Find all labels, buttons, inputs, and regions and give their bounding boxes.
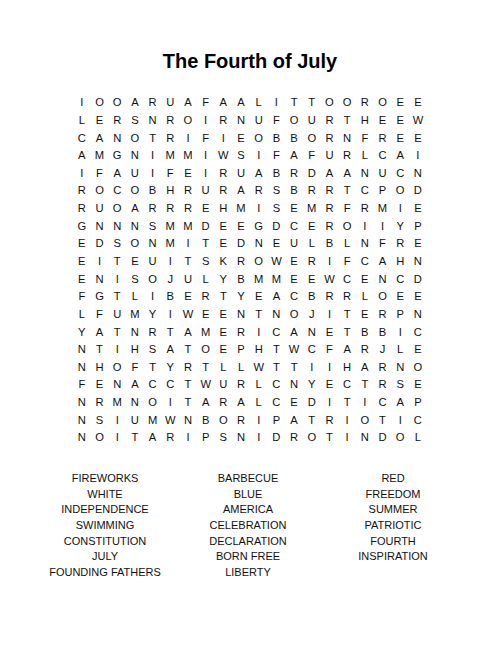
grid-cell-r7c7[interactable]: R [179, 200, 197, 218]
grid-cell-r4c7[interactable]: M [179, 147, 197, 165]
grid-cell-r1c7[interactable]: A [179, 94, 197, 112]
grid-cell-r6c13[interactable]: B [285, 182, 303, 200]
grid-cell-r12c9[interactable]: T [215, 288, 233, 306]
grid-cell-r13c12[interactable]: N [268, 306, 286, 324]
grid-cell-r19c3[interactable]: I [108, 412, 126, 430]
grid-cell-r12c19[interactable]: E [391, 288, 409, 306]
grid-cell-r20c18[interactable]: D [374, 429, 392, 447]
grid-cell-r8c17[interactable]: I [356, 217, 374, 235]
grid-cell-r2c15[interactable]: R [321, 112, 339, 130]
grid-cell-r15c9[interactable]: E [215, 341, 233, 359]
grid-cell-r18c2[interactable]: R [91, 394, 109, 412]
grid-cell-r14c18[interactable]: B [374, 323, 392, 341]
grid-cell-r6c15[interactable]: R [321, 182, 339, 200]
grid-cell-r1c2[interactable]: O [91, 94, 109, 112]
grid-cell-r20c6[interactable]: R [161, 429, 179, 447]
grid-cell-r16c13[interactable]: T [285, 359, 303, 377]
grid-cell-r18c8[interactable]: A [197, 394, 215, 412]
grid-cell-r12c12[interactable]: A [268, 288, 286, 306]
grid-cell-r13c1[interactable]: L [73, 306, 91, 324]
grid-cell-r6c12[interactable]: S [268, 182, 286, 200]
grid-cell-r1c16[interactable]: O [338, 94, 356, 112]
grid-cell-r1c17[interactable]: R [356, 94, 374, 112]
grid-cell-r13c2[interactable]: F [91, 306, 109, 324]
grid-cell-r17c9[interactable]: U [215, 376, 233, 394]
grid-cell-r9c3[interactable]: S [108, 235, 126, 253]
grid-cell-r5c9[interactable]: R [215, 165, 233, 183]
grid-cell-r7c10[interactable]: M [232, 200, 250, 218]
grid-cell-r14c14[interactable]: N [303, 323, 321, 341]
grid-cell-r7c18[interactable]: M [374, 200, 392, 218]
grid-cell-r5c19[interactable]: C [391, 165, 409, 183]
grid-cell-r3c4[interactable]: O [126, 129, 144, 147]
grid-cell-r14c6[interactable]: T [161, 323, 179, 341]
grid-cell-r13c3[interactable]: U [108, 306, 126, 324]
grid-cell-r15c13[interactable]: W [285, 341, 303, 359]
grid-cell-r13c20[interactable]: N [409, 306, 427, 324]
grid-cell-r17c11[interactable]: L [250, 376, 268, 394]
grid-cell-r9c9[interactable]: E [215, 235, 233, 253]
grid-cell-r1c14[interactable]: T [303, 94, 321, 112]
grid-cell-r7c20[interactable]: E [409, 200, 427, 218]
grid-cell-r16c2[interactable]: H [91, 359, 109, 377]
grid-cell-r13c16[interactable]: T [338, 306, 356, 324]
grid-cell-r6c5[interactable]: B [144, 182, 162, 200]
grid-cell-r13c5[interactable]: Y [144, 306, 162, 324]
grid-cell-r8c18[interactable]: I [374, 217, 392, 235]
grid-cell-r6c3[interactable]: C [108, 182, 126, 200]
grid-cell-r16c8[interactable]: T [197, 359, 215, 377]
grid-cell-r18c18[interactable]: C [374, 394, 392, 412]
grid-cell-r8c2[interactable]: N [91, 217, 109, 235]
grid-cell-r16c5[interactable]: T [144, 359, 162, 377]
grid-cell-r16c11[interactable]: W [250, 359, 268, 377]
grid-cell-r9c17[interactable]: N [356, 235, 374, 253]
grid-cell-r14c9[interactable]: E [215, 323, 233, 341]
grid-cell-r14c17[interactable]: B [356, 323, 374, 341]
grid-cell-r19c8[interactable]: B [197, 412, 215, 430]
grid-cell-r12c15[interactable]: R [321, 288, 339, 306]
grid-cell-r4c2[interactable]: M [91, 147, 109, 165]
grid-cell-r6c11[interactable]: R [250, 182, 268, 200]
grid-cell-r15c16[interactable]: A [338, 341, 356, 359]
grid-cell-r3c9[interactable]: I [215, 129, 233, 147]
grid-cell-r15c17[interactable]: R [356, 341, 374, 359]
grid-cell-r11c19[interactable]: C [391, 270, 409, 288]
grid-cell-r8c13[interactable]: C [285, 217, 303, 235]
grid-cell-r5c8[interactable]: I [197, 165, 215, 183]
grid-cell-r7c16[interactable]: F [338, 200, 356, 218]
grid-cell-r2c17[interactable]: H [356, 112, 374, 130]
grid-cell-r14c13[interactable]: A [285, 323, 303, 341]
grid-cell-r18c10[interactable]: A [232, 394, 250, 412]
grid-cell-r1c8[interactable]: F [197, 94, 215, 112]
grid-cell-r11c2[interactable]: N [91, 270, 109, 288]
grid-cell-r4c11[interactable]: I [250, 147, 268, 165]
grid-cell-r17c4[interactable]: A [126, 376, 144, 394]
grid-cell-r19c10[interactable]: R [232, 412, 250, 430]
grid-cell-r1c18[interactable]: O [374, 94, 392, 112]
grid-cell-r8c8[interactable]: D [197, 217, 215, 235]
grid-cell-r12c20[interactable]: E [409, 288, 427, 306]
grid-cell-r10c3[interactable]: T [108, 253, 126, 271]
grid-cell-r19c4[interactable]: U [126, 412, 144, 430]
grid-cell-r17c3[interactable]: N [108, 376, 126, 394]
grid-cell-r16c14[interactable]: I [303, 359, 321, 377]
grid-cell-r3c5[interactable]: T [144, 129, 162, 147]
grid-cell-r2c3[interactable]: R [108, 112, 126, 130]
grid-cell-r1c5[interactable]: R [144, 94, 162, 112]
grid-cell-r4c13[interactable]: A [285, 147, 303, 165]
grid-cell-r2c10[interactable]: N [232, 112, 250, 130]
grid-cell-r1c20[interactable]: E [409, 94, 427, 112]
grid-cell-r10c18[interactable]: A [374, 253, 392, 271]
grid-cell-r3c11[interactable]: O [250, 129, 268, 147]
grid-cell-r9c10[interactable]: D [232, 235, 250, 253]
grid-cell-r3c20[interactable]: E [409, 129, 427, 147]
grid-cell-r9c11[interactable]: N [250, 235, 268, 253]
grid-cell-r14c19[interactable]: I [391, 323, 409, 341]
grid-cell-r14c11[interactable]: I [250, 323, 268, 341]
grid-cell-r5c12[interactable]: B [268, 165, 286, 183]
grid-cell-r16c1[interactable]: N [73, 359, 91, 377]
grid-cell-r3c15[interactable]: R [321, 129, 339, 147]
grid-cell-r11c17[interactable]: E [356, 270, 374, 288]
grid-cell-r8c1[interactable]: G [73, 217, 91, 235]
grid-cell-r19c12[interactable]: P [268, 412, 286, 430]
grid-cell-r2c13[interactable]: O [285, 112, 303, 130]
grid-cell-r3c13[interactable]: B [285, 129, 303, 147]
grid-cell-r4c4[interactable]: N [126, 147, 144, 165]
grid-cell-r7c15[interactable]: R [321, 200, 339, 218]
grid-cell-r4c8[interactable]: I [197, 147, 215, 165]
grid-cell-r10c7[interactable]: T [179, 253, 197, 271]
grid-cell-r3c7[interactable]: I [179, 129, 197, 147]
grid-cell-r18c12[interactable]: C [268, 394, 286, 412]
grid-cell-r14c3[interactable]: T [108, 323, 126, 341]
grid-cell-r17c16[interactable]: C [338, 376, 356, 394]
grid-cell-r9c14[interactable]: L [303, 235, 321, 253]
grid-cell-r14c4[interactable]: N [126, 323, 144, 341]
grid-cell-r12c6[interactable]: B [161, 288, 179, 306]
grid-cell-r3c2[interactable]: A [91, 129, 109, 147]
grid-cell-r20c11[interactable]: I [250, 429, 268, 447]
grid-cell-r7c12[interactable]: S [268, 200, 286, 218]
grid-cell-r12c18[interactable]: O [374, 288, 392, 306]
grid-cell-r13c15[interactable]: I [321, 306, 339, 324]
grid-cell-r12c7[interactable]: E [179, 288, 197, 306]
grid-cell-r15c10[interactable]: P [232, 341, 250, 359]
grid-cell-r5c14[interactable]: D [303, 165, 321, 183]
grid-cell-r5c20[interactable]: N [409, 165, 427, 183]
grid-cell-r9c1[interactable]: E [73, 235, 91, 253]
grid-cell-r1c19[interactable]: E [391, 94, 409, 112]
grid-cell-r19c17[interactable]: O [356, 412, 374, 430]
grid-cell-r8c4[interactable]: N [126, 217, 144, 235]
grid-cell-r11c1[interactable]: E [73, 270, 91, 288]
grid-cell-r8c16[interactable]: O [338, 217, 356, 235]
grid-cell-r3c14[interactable]: O [303, 129, 321, 147]
grid-cell-r20c5[interactable]: A [144, 429, 162, 447]
grid-cell-r16c17[interactable]: A [356, 359, 374, 377]
grid-cell-r17c10[interactable]: R [232, 376, 250, 394]
grid-cell-r8c14[interactable]: E [303, 217, 321, 235]
grid-cell-r12c8[interactable]: R [197, 288, 215, 306]
grid-cell-r2c11[interactable]: U [250, 112, 268, 130]
grid-cell-r4c12[interactable]: F [268, 147, 286, 165]
grid-cell-r1c6[interactable]: U [161, 94, 179, 112]
grid-cell-r4c19[interactable]: A [391, 147, 409, 165]
grid-cell-r3c8[interactable]: F [197, 129, 215, 147]
grid-cell-r6c20[interactable]: D [409, 182, 427, 200]
grid-cell-r12c16[interactable]: R [338, 288, 356, 306]
grid-cell-r4c18[interactable]: C [374, 147, 392, 165]
grid-cell-r13c6[interactable]: I [161, 306, 179, 324]
grid-cell-r11c10[interactable]: B [232, 270, 250, 288]
grid-cell-r14c1[interactable]: Y [73, 323, 91, 341]
grid-cell-r10c17[interactable]: C [356, 253, 374, 271]
grid-cell-r18c14[interactable]: D [303, 394, 321, 412]
grid-cell-r5c3[interactable]: A [108, 165, 126, 183]
grid-cell-r15c12[interactable]: T [268, 341, 286, 359]
grid-cell-r3c1[interactable]: C [73, 129, 91, 147]
grid-cell-r19c16[interactable]: I [338, 412, 356, 430]
grid-cell-r16c10[interactable]: L [232, 359, 250, 377]
grid-cell-r9c18[interactable]: F [374, 235, 392, 253]
grid-cell-r19c20[interactable]: C [409, 412, 427, 430]
grid-cell-r13c4[interactable]: M [126, 306, 144, 324]
grid-cell-r3c6[interactable]: R [161, 129, 179, 147]
grid-cell-r2c14[interactable]: U [303, 112, 321, 130]
grid-cell-r7c8[interactable]: E [197, 200, 215, 218]
grid-cell-r12c11[interactable]: E [250, 288, 268, 306]
grid-cell-r13c7[interactable]: W [179, 306, 197, 324]
grid-cell-r5c13[interactable]: R [285, 165, 303, 183]
grid-cell-r20c15[interactable]: T [321, 429, 339, 447]
grid-cell-r16c9[interactable]: L [215, 359, 233, 377]
grid-cell-r19c5[interactable]: M [144, 412, 162, 430]
grid-cell-r12c17[interactable]: L [356, 288, 374, 306]
grid-cell-r11c18[interactable]: N [374, 270, 392, 288]
grid-cell-r4c16[interactable]: R [338, 147, 356, 165]
grid-cell-r20c9[interactable]: S [215, 429, 233, 447]
grid-cell-r15c8[interactable]: O [197, 341, 215, 359]
grid-cell-r16c20[interactable]: O [409, 359, 427, 377]
grid-cell-r5c15[interactable]: A [321, 165, 339, 183]
grid-cell-r13c10[interactable]: N [232, 306, 250, 324]
grid-cell-r10c13[interactable]: E [285, 253, 303, 271]
grid-cell-r18c16[interactable]: T [338, 394, 356, 412]
grid-cell-r3c12[interactable]: B [268, 129, 286, 147]
grid-cell-r9c12[interactable]: E [268, 235, 286, 253]
grid-cell-r2c6[interactable]: R [161, 112, 179, 130]
grid-cell-r10c8[interactable]: S [197, 253, 215, 271]
grid-cell-r1c11[interactable]: L [250, 94, 268, 112]
grid-cell-r2c12[interactable]: F [268, 112, 286, 130]
grid-cell-r20c12[interactable]: D [268, 429, 286, 447]
grid-cell-r16c12[interactable]: T [268, 359, 286, 377]
grid-cell-r20c19[interactable]: O [391, 429, 409, 447]
grid-cell-r10c2[interactable]: I [91, 253, 109, 271]
grid-cell-r14c7[interactable]: A [179, 323, 197, 341]
grid-cell-r11c11[interactable]: M [250, 270, 268, 288]
grid-cell-r2c8[interactable]: I [197, 112, 215, 130]
grid-cell-r1c15[interactable]: O [321, 94, 339, 112]
grid-cell-r7c3[interactable]: O [108, 200, 126, 218]
grid-cell-r10c11[interactable]: O [250, 253, 268, 271]
grid-cell-r20c20[interactable]: L [409, 429, 427, 447]
grid-cell-r18c7[interactable]: T [179, 394, 197, 412]
grid-cell-r11c6[interactable]: J [161, 270, 179, 288]
grid-cell-r17c17[interactable]: T [356, 376, 374, 394]
grid-cell-r2c4[interactable]: S [126, 112, 144, 130]
grid-cell-r10c10[interactable]: R [232, 253, 250, 271]
grid-cell-r18c13[interactable]: E [285, 394, 303, 412]
grid-cell-r4c14[interactable]: F [303, 147, 321, 165]
grid-cell-r2c1[interactable]: L [73, 112, 91, 130]
grid-cell-r18c11[interactable]: L [250, 394, 268, 412]
grid-cell-r9c5[interactable]: N [144, 235, 162, 253]
grid-cell-r20c8[interactable]: P [197, 429, 215, 447]
grid-cell-r2c7[interactable]: O [179, 112, 197, 130]
grid-cell-r17c6[interactable]: C [161, 376, 179, 394]
grid-cell-r19c6[interactable]: W [161, 412, 179, 430]
grid-cell-r4c17[interactable]: L [356, 147, 374, 165]
grid-cell-r20c3[interactable]: I [108, 429, 126, 447]
grid-cell-r6c10[interactable]: A [232, 182, 250, 200]
grid-cell-r4c1[interactable]: A [73, 147, 91, 165]
grid-cell-r17c5[interactable]: C [144, 376, 162, 394]
grid-cell-r4c9[interactable]: W [215, 147, 233, 165]
grid-cell-r15c19[interactable]: L [391, 341, 409, 359]
grid-cell-r7c4[interactable]: A [126, 200, 144, 218]
grid-cell-r15c7[interactable]: T [179, 341, 197, 359]
grid-cell-r13c14[interactable]: J [303, 306, 321, 324]
grid-cell-r11c4[interactable]: S [126, 270, 144, 288]
grid-cell-r10c1[interactable]: E [73, 253, 91, 271]
grid-cell-r20c10[interactable]: N [232, 429, 250, 447]
grid-cell-r10c9[interactable]: K [215, 253, 233, 271]
grid-cell-r19c1[interactable]: N [73, 412, 91, 430]
grid-cell-r18c17[interactable]: I [356, 394, 374, 412]
grid-cell-r20c4[interactable]: T [126, 429, 144, 447]
grid-cell-r11c16[interactable]: C [338, 270, 356, 288]
grid-cell-r1c13[interactable]: T [285, 94, 303, 112]
grid-cell-r7c17[interactable]: R [356, 200, 374, 218]
grid-cell-r17c19[interactable]: S [391, 376, 409, 394]
grid-cell-r16c4[interactable]: F [126, 359, 144, 377]
grid-cell-r7c5[interactable]: R [144, 200, 162, 218]
grid-cell-r11c20[interactable]: D [409, 270, 427, 288]
grid-cell-r3c10[interactable]: E [232, 129, 250, 147]
grid-cell-r4c5[interactable]: I [144, 147, 162, 165]
grid-cell-r20c17[interactable]: N [356, 429, 374, 447]
grid-cell-r6c6[interactable]: H [161, 182, 179, 200]
grid-cell-r15c20[interactable]: E [409, 341, 427, 359]
grid-cell-r10c19[interactable]: H [391, 253, 409, 271]
grid-cell-r15c18[interactable]: J [374, 341, 392, 359]
grid-cell-r5c4[interactable]: U [126, 165, 144, 183]
grid-cell-r13c11[interactable]: T [250, 306, 268, 324]
grid-cell-r6c16[interactable]: T [338, 182, 356, 200]
grid-cell-r20c13[interactable]: R [285, 429, 303, 447]
grid-cell-r2c20[interactable]: W [409, 112, 427, 130]
grid-cell-r6c7[interactable]: R [179, 182, 197, 200]
grid-cell-r5c17[interactable]: N [356, 165, 374, 183]
grid-cell-r9c20[interactable]: E [409, 235, 427, 253]
grid-cell-r18c1[interactable]: N [73, 394, 91, 412]
grid-cell-r11c7[interactable]: U [179, 270, 197, 288]
grid-cell-r8c12[interactable]: D [268, 217, 286, 235]
grid-cell-r18c19[interactable]: A [391, 394, 409, 412]
grid-cell-r14c12[interactable]: C [268, 323, 286, 341]
grid-cell-r11c13[interactable]: E [285, 270, 303, 288]
grid-cell-r8c15[interactable]: R [321, 217, 339, 235]
grid-cell-r12c4[interactable]: L [126, 288, 144, 306]
grid-cell-r10c15[interactable]: I [321, 253, 339, 271]
grid-cell-r11c12[interactable]: M [268, 270, 286, 288]
grid-cell-r7c19[interactable]: I [391, 200, 409, 218]
grid-cell-r19c7[interactable]: N [179, 412, 197, 430]
grid-cell-r7c11[interactable]: I [250, 200, 268, 218]
grid-cell-r16c3[interactable]: O [108, 359, 126, 377]
grid-cell-r17c15[interactable]: E [321, 376, 339, 394]
grid-cell-r18c3[interactable]: M [108, 394, 126, 412]
grid-cell-r9c7[interactable]: I [179, 235, 197, 253]
grid-cell-r16c7[interactable]: R [179, 359, 197, 377]
grid-cell-r17c8[interactable]: W [197, 376, 215, 394]
grid-cell-r1c10[interactable]: A [232, 94, 250, 112]
grid-cell-r18c6[interactable]: I [161, 394, 179, 412]
grid-cell-r15c4[interactable]: H [126, 341, 144, 359]
grid-cell-r2c19[interactable]: E [391, 112, 409, 130]
grid-cell-r11c15[interactable]: W [321, 270, 339, 288]
grid-cell-r14c20[interactable]: C [409, 323, 427, 341]
grid-cell-r8c7[interactable]: M [179, 217, 197, 235]
grid-cell-r20c2[interactable]: O [91, 429, 109, 447]
grid-cell-r15c3[interactable]: I [108, 341, 126, 359]
grid-cell-r10c12[interactable]: W [268, 253, 286, 271]
grid-cell-r6c9[interactable]: R [215, 182, 233, 200]
grid-cell-r20c14[interactable]: O [303, 429, 321, 447]
grid-cell-r5c11[interactable]: A [250, 165, 268, 183]
grid-cell-r2c9[interactable]: R [215, 112, 233, 130]
grid-cell-r14c16[interactable]: T [338, 323, 356, 341]
grid-cell-r9c6[interactable]: M [161, 235, 179, 253]
grid-cell-r5c6[interactable]: F [161, 165, 179, 183]
grid-cell-r5c2[interactable]: F [91, 165, 109, 183]
grid-cell-r20c16[interactable]: I [338, 429, 356, 447]
grid-cell-r13c9[interactable]: E [215, 306, 233, 324]
grid-cell-r12c13[interactable]: C [285, 288, 303, 306]
grid-cell-r7c9[interactable]: H [215, 200, 233, 218]
grid-cell-r14c5[interactable]: R [144, 323, 162, 341]
grid-cell-r19c2[interactable]: S [91, 412, 109, 430]
grid-cell-r12c2[interactable]: G [91, 288, 109, 306]
grid-cell-r14c15[interactable]: E [321, 323, 339, 341]
grid-cell-r8c6[interactable]: M [161, 217, 179, 235]
grid-cell-r7c14[interactable]: M [303, 200, 321, 218]
grid-cell-r19c13[interactable]: A [285, 412, 303, 430]
grid-cell-r9c19[interactable]: R [391, 235, 409, 253]
grid-cell-r5c16[interactable]: A [338, 165, 356, 183]
grid-cell-r15c2[interactable]: T [91, 341, 109, 359]
grid-cell-r9c15[interactable]: B [321, 235, 339, 253]
grid-cell-r2c2[interactable]: E [91, 112, 109, 130]
grid-cell-r14c8[interactable]: M [197, 323, 215, 341]
grid-cell-r13c13[interactable]: O [285, 306, 303, 324]
grid-cell-r5c10[interactable]: U [232, 165, 250, 183]
